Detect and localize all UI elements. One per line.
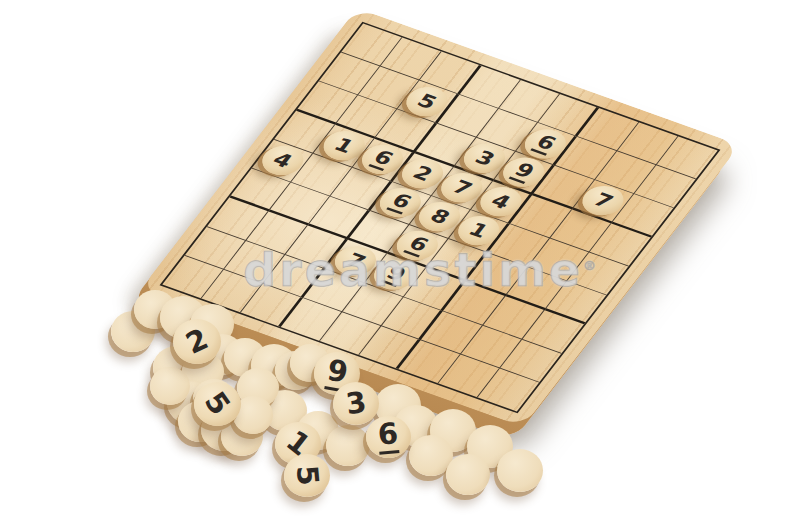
token-digit: 3 xyxy=(344,388,368,420)
token-digit: 4 xyxy=(487,191,514,212)
token-digit: 6 xyxy=(531,132,560,156)
token-digit: 6 xyxy=(403,234,432,258)
blank-token[interactable] xyxy=(150,367,190,405)
token-digit: 7 xyxy=(342,250,369,271)
token-digit: 4 xyxy=(269,150,296,171)
number-token[interactable]: 2 xyxy=(173,319,221,364)
token-digit: 6 xyxy=(386,191,415,215)
number-token[interactable]: 6 xyxy=(366,416,411,458)
blank-token[interactable] xyxy=(497,449,543,492)
token-digit: 5 xyxy=(292,464,323,487)
number-token[interactable]: 5 xyxy=(194,382,241,426)
token-digit: 9 xyxy=(381,263,410,287)
blank-token[interactable] xyxy=(446,454,490,495)
scene: 56397162744681679 2953615 dreamstime® xyxy=(0,0,800,531)
token-digit: 2 xyxy=(182,324,213,359)
token-digit: 1 xyxy=(465,220,492,241)
token-digit: 8 xyxy=(426,206,453,227)
blank-token[interactable] xyxy=(326,425,370,466)
token-digit: 7 xyxy=(449,177,476,198)
token-digit: 9 xyxy=(509,160,538,184)
number-token[interactable]: 5 xyxy=(284,454,330,497)
token-digit: 6 xyxy=(368,148,397,172)
token-digit: 3 xyxy=(471,148,498,169)
token-digit: 2 xyxy=(409,163,436,184)
token-digit: 7 xyxy=(590,190,617,211)
token-digit: 5 xyxy=(414,91,441,112)
token-digit: 6 xyxy=(376,419,399,455)
token-digit: 5 xyxy=(199,387,234,420)
token-digit: 1 xyxy=(330,135,357,156)
number-token[interactable]: 3 xyxy=(333,382,379,425)
